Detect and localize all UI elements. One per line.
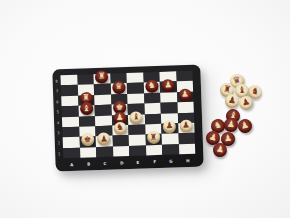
pawn-glyph: ♟: [215, 144, 225, 154]
rank-label-6: 6: [55, 98, 60, 104]
pawn-glyph: ♟: [223, 134, 232, 144]
file-label-d: D: [116, 160, 127, 165]
square-a3[interactable]: [62, 127, 79, 138]
square-g6[interactable]: [160, 92, 177, 103]
captured-dark-pawn[interactable]: ♟: [237, 118, 254, 135]
rank-label-1: 1: [57, 150, 62, 156]
square-e4[interactable]: ♝: [128, 114, 145, 125]
file-label-b: B: [83, 161, 94, 166]
knight-glyph: ♞: [213, 120, 222, 130]
square-a8[interactable]: [60, 75, 77, 86]
square-g1[interactable]: [162, 144, 179, 155]
square-c2[interactable]: ♟: [96, 136, 113, 147]
rook-glyph: ♜: [82, 93, 90, 102]
piece-dark-bishop[interactable]: ♝: [80, 102, 93, 115]
square-e7[interactable]: [127, 83, 144, 94]
rank-label-8: 8: [54, 77, 59, 83]
square-c1[interactable]: [96, 146, 113, 157]
knight-glyph: ♞: [148, 81, 156, 90]
knight-glyph: ♞: [116, 123, 124, 132]
piece-dark-queen[interactable]: ♛: [112, 80, 125, 93]
square-a6[interactable]: [61, 95, 78, 106]
piece-dark-knight[interactable]: ♞: [145, 79, 158, 92]
chess-board: 87654321 ABCDEFGH ♜♛♞♟♜♟♝♚♟♝♞♟♟♚♟♜: [52, 64, 203, 171]
bishop-glyph: ♝: [238, 86, 247, 96]
square-e8[interactable]: [126, 72, 143, 83]
king-glyph: ♚: [115, 102, 123, 111]
piece-light-knight[interactable]: ♞: [113, 122, 126, 135]
pawn-glyph: ♟: [227, 120, 236, 130]
square-b2[interactable]: ♚: [79, 136, 96, 147]
square-g2[interactable]: [162, 134, 179, 145]
rank-label-4: 4: [56, 119, 61, 125]
square-e6[interactable]: [127, 93, 144, 104]
piece-dark-pawn[interactable]: ♟: [178, 88, 191, 101]
square-a1[interactable]: [63, 147, 80, 158]
knight-glyph: ♞: [250, 86, 261, 97]
pawn-glyph: ♟: [164, 80, 172, 89]
piece-light-bishop[interactable]: ♝: [130, 111, 143, 124]
square-a4[interactable]: [62, 116, 79, 127]
rook-glyph: ♜: [149, 132, 157, 141]
square-e3[interactable]: [128, 124, 145, 135]
square-c5[interactable]: [95, 105, 112, 116]
bishop-glyph: ♝: [132, 112, 140, 121]
pawn-glyph: ♟: [208, 132, 218, 143]
square-f1[interactable]: [145, 144, 162, 155]
square-c6[interactable]: [94, 94, 111, 105]
piece-light-pawn[interactable]: ♟: [163, 120, 176, 133]
chess-set-photo: 87654321 ABCDEFGH ♜♛♞♟♜♟♝♚♟♝♞♟♟♚♟♜ ♛♜♝♞♟…: [0, 0, 290, 218]
square-f6[interactable]: [144, 93, 161, 104]
file-label-f: F: [149, 159, 160, 164]
file-label-g: G: [165, 159, 176, 164]
file-label-a: A: [66, 162, 77, 167]
square-c7[interactable]: [94, 84, 111, 95]
pawn-glyph: ♟: [227, 95, 236, 105]
square-f2[interactable]: ♜: [145, 134, 162, 145]
pawn-glyph: ♟: [181, 90, 189, 99]
square-d3[interactable]: ♞: [112, 125, 129, 136]
square-b4[interactable]: [78, 116, 95, 127]
square-g3[interactable]: ♟: [161, 123, 178, 134]
square-h6[interactable]: ♟: [177, 91, 194, 102]
piece-dark-rook[interactable]: ♜: [95, 71, 108, 84]
square-d1[interactable]: [112, 146, 129, 157]
piece-light-king[interactable]: ♚: [81, 133, 94, 146]
square-b8[interactable]: [77, 74, 94, 85]
square-e1[interactable]: [129, 145, 146, 156]
captured-dark-pawn[interactable]: ♟: [223, 117, 238, 132]
square-f5[interactable]: [144, 103, 161, 114]
file-label-c: C: [99, 161, 110, 166]
square-g7[interactable]: ♟: [160, 82, 177, 93]
captured-dark-pieces: ♝♞♟♟♟♟♟: [190, 107, 262, 165]
pawn-glyph: ♟: [241, 97, 251, 107]
rank-label-2: 2: [56, 140, 61, 146]
square-b5[interactable]: ♝: [78, 105, 95, 116]
square-d7[interactable]: ♛: [110, 83, 127, 94]
square-b1[interactable]: [79, 147, 96, 158]
rank-label-5: 5: [55, 109, 60, 115]
pawn-glyph: ♟: [240, 120, 250, 131]
piece-light-pawn[interactable]: ♟: [97, 133, 110, 146]
queen-glyph: ♛: [115, 82, 123, 91]
square-f7[interactable]: ♞: [143, 82, 160, 93]
square-g5[interactable]: [160, 102, 177, 113]
rank-label-3: 3: [56, 129, 61, 135]
square-f4[interactable]: [144, 113, 161, 124]
square-a7[interactable]: [61, 85, 78, 96]
bishop-glyph: ♝: [82, 104, 90, 113]
pawn-glyph: ♟: [166, 121, 174, 130]
pawn-glyph: ♟: [182, 121, 190, 130]
piece-light-rook[interactable]: ♜: [147, 131, 160, 144]
square-h8[interactable]: [176, 71, 193, 82]
square-c4[interactable]: [95, 115, 112, 126]
piece-dark-pawn[interactable]: ♟: [161, 79, 174, 92]
rook-glyph: ♜: [98, 72, 106, 81]
square-d2[interactable]: [112, 135, 129, 146]
board-squares: ♜♛♞♟♜♟♝♚♟♝♞♟♟♚♟♜: [60, 71, 195, 159]
king-glyph: ♚: [84, 135, 92, 144]
file-label-e: E: [132, 160, 143, 165]
square-c8[interactable]: ♜: [93, 74, 110, 85]
pawn-glyph: ♟: [116, 113, 124, 122]
square-a2[interactable]: [63, 137, 80, 148]
square-e2[interactable]: [129, 135, 146, 146]
pawn-glyph: ♟: [100, 134, 108, 143]
rank-label-7: 7: [55, 88, 60, 94]
square-a5[interactable]: [62, 106, 79, 117]
